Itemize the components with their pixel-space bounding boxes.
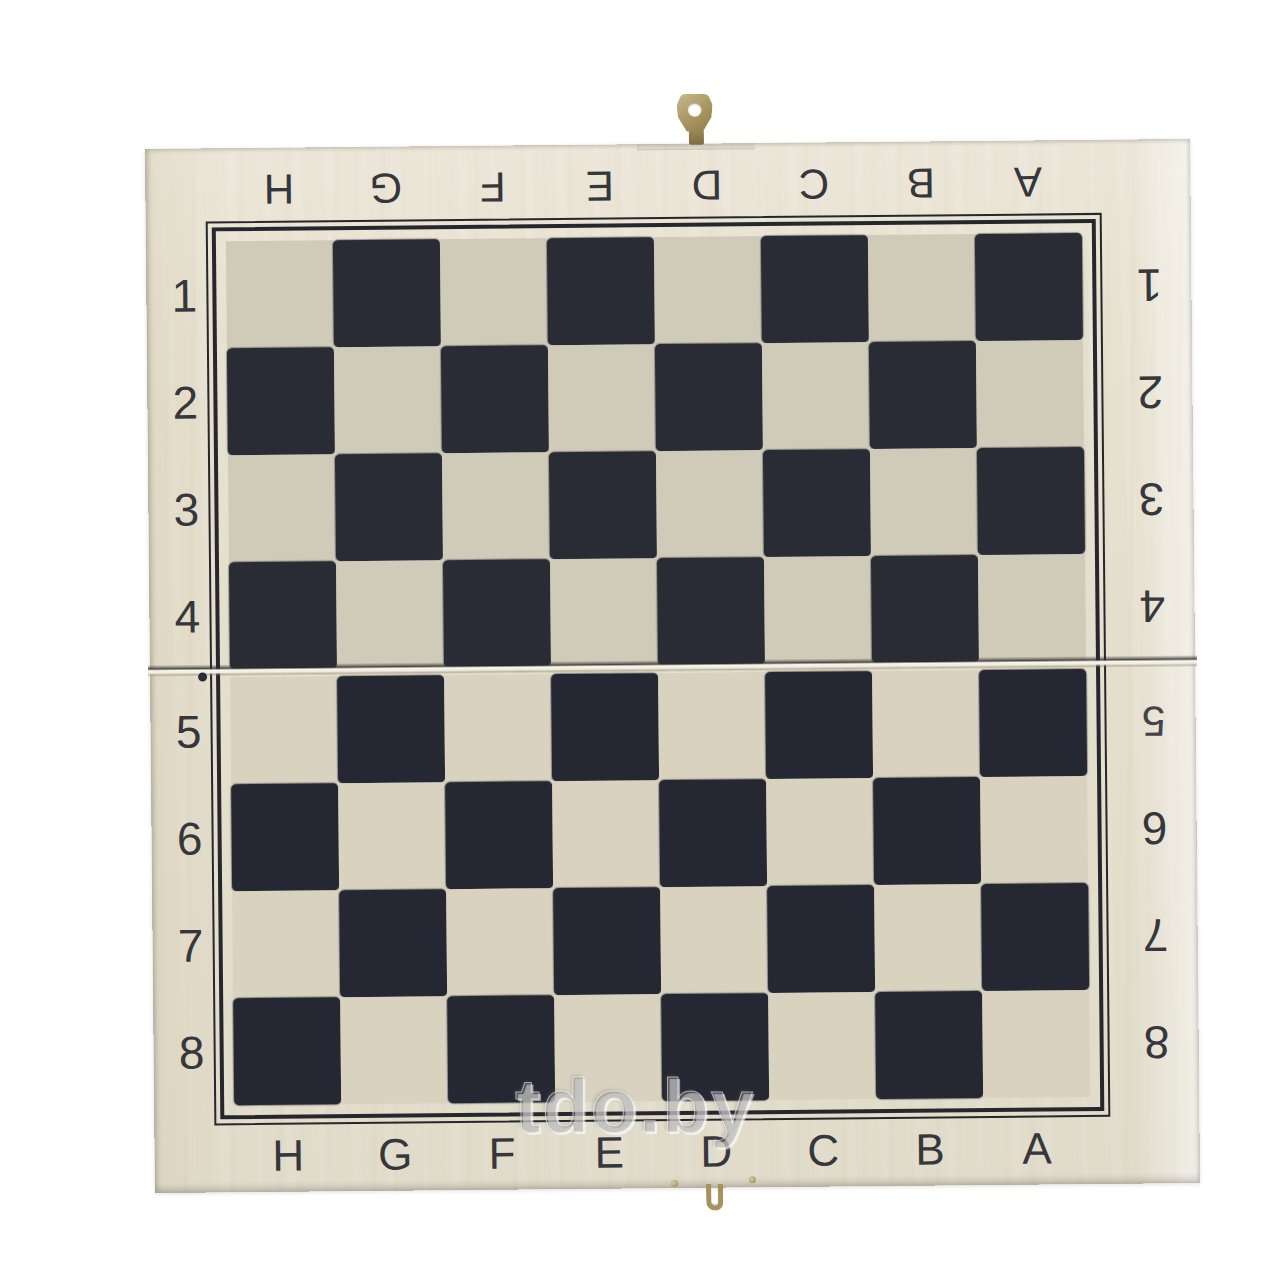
rank-label-right-8: 8 bbox=[1117, 989, 1196, 1097]
square-b8 bbox=[875, 991, 983, 1099]
square-f5 bbox=[444, 674, 552, 782]
square-g5 bbox=[337, 675, 445, 783]
square-d2 bbox=[655, 343, 763, 451]
latch-hole bbox=[688, 103, 702, 117]
file-labels-top: HGFEDCBA bbox=[225, 152, 1082, 218]
square-b7 bbox=[874, 884, 982, 992]
square-f6 bbox=[445, 781, 553, 889]
rank-label-right-3: 3 bbox=[1112, 446, 1191, 554]
square-h4 bbox=[229, 561, 337, 669]
square-d3 bbox=[656, 450, 764, 558]
square-g6 bbox=[338, 782, 446, 890]
square-b3 bbox=[870, 448, 978, 556]
square-a5 bbox=[979, 669, 1087, 777]
square-c8 bbox=[768, 992, 876, 1100]
square-b4 bbox=[871, 555, 979, 663]
square-e7 bbox=[553, 887, 661, 995]
square-d5 bbox=[658, 672, 766, 780]
ink-blemish-dot bbox=[198, 672, 207, 681]
square-d4 bbox=[657, 557, 765, 665]
rank-label-left-7: 7 bbox=[152, 891, 229, 999]
square-g7 bbox=[339, 889, 447, 997]
chess-board: HGFEDCBA 12345678 12345678 HGFEDCBA bbox=[145, 139, 1200, 1193]
file-label-top-c: C bbox=[760, 154, 868, 213]
square-f3 bbox=[442, 452, 550, 560]
rank-label-left-6: 6 bbox=[151, 784, 228, 892]
square-b2 bbox=[869, 341, 977, 449]
square-a8 bbox=[982, 990, 1090, 1098]
square-g2 bbox=[334, 346, 442, 454]
file-label-bottom-g: G bbox=[341, 1126, 449, 1183]
square-f7 bbox=[446, 888, 554, 996]
file-label-top-e: E bbox=[546, 156, 654, 215]
brass-latch-stem bbox=[689, 130, 704, 145]
square-e5 bbox=[551, 673, 659, 781]
square-a4 bbox=[978, 554, 1086, 662]
rank-label-left-8: 8 bbox=[153, 998, 230, 1106]
square-g3 bbox=[335, 453, 443, 561]
square-b1 bbox=[868, 234, 976, 342]
square-h8 bbox=[233, 997, 341, 1105]
square-e4 bbox=[550, 558, 658, 666]
brass-loop-icon bbox=[706, 1184, 723, 1211]
square-c7 bbox=[767, 885, 875, 993]
rank-label-right-4: 4 bbox=[1113, 553, 1192, 661]
square-d1 bbox=[654, 236, 762, 344]
file-label-top-a: A bbox=[974, 152, 1082, 211]
rank-label-left-5: 5 bbox=[150, 677, 227, 785]
file-label-top-d: D bbox=[653, 155, 761, 214]
square-c6 bbox=[766, 778, 874, 886]
rank-label-right-1: 1 bbox=[1110, 232, 1189, 340]
square-h7 bbox=[232, 890, 340, 998]
rank-label-left-1: 1 bbox=[146, 241, 223, 349]
rank-label-right-5: 5 bbox=[1117, 672, 1190, 771]
square-h2 bbox=[227, 347, 335, 455]
square-a6 bbox=[980, 776, 1088, 884]
file-label-top-h: H bbox=[225, 159, 333, 218]
file-label-bottom-h: H bbox=[234, 1127, 342, 1184]
file-label-bottom-c: C bbox=[769, 1122, 877, 1179]
square-b6 bbox=[873, 777, 981, 885]
square-g8 bbox=[340, 996, 448, 1104]
square-f2 bbox=[441, 345, 549, 453]
rank-label-left-2: 2 bbox=[147, 348, 224, 456]
brass-pin-right bbox=[749, 1176, 756, 1183]
photo-scene: HGFEDCBA 12345678 12345678 HGFEDCBA tdo.… bbox=[0, 0, 1280, 1275]
square-e6 bbox=[552, 780, 660, 888]
square-h6 bbox=[231, 783, 339, 891]
square-a2 bbox=[976, 340, 1084, 448]
square-h3 bbox=[228, 454, 336, 562]
square-h1 bbox=[226, 240, 334, 348]
brass-pin-left bbox=[671, 1180, 678, 1187]
square-a1 bbox=[975, 233, 1083, 341]
watermark: tdo.by bbox=[515, 1062, 755, 1149]
square-c1 bbox=[761, 235, 869, 343]
square-g4 bbox=[336, 560, 444, 668]
square-h5 bbox=[230, 676, 338, 784]
square-a7 bbox=[981, 883, 1089, 991]
square-b5 bbox=[872, 670, 980, 778]
file-label-top-b: B bbox=[867, 153, 975, 212]
square-c5 bbox=[765, 671, 873, 779]
square-e1 bbox=[547, 237, 655, 345]
square-e3 bbox=[549, 451, 657, 559]
square-g1 bbox=[333, 239, 441, 347]
rank-label-right-2: 2 bbox=[1111, 339, 1190, 447]
square-c2 bbox=[762, 342, 870, 450]
square-f4 bbox=[443, 559, 551, 667]
rank-label-right-6: 6 bbox=[1115, 775, 1194, 883]
brass-latch-icon bbox=[677, 94, 713, 132]
square-a3 bbox=[977, 447, 1085, 555]
square-c4 bbox=[764, 556, 872, 664]
square-d6 bbox=[659, 779, 767, 887]
file-label-top-f: F bbox=[439, 157, 547, 216]
rank-label-right-7: 7 bbox=[1116, 882, 1195, 990]
rank-label-left-3: 3 bbox=[148, 455, 225, 563]
file-label-bottom-b: B bbox=[876, 1121, 984, 1178]
square-f1 bbox=[440, 238, 548, 346]
square-d7 bbox=[660, 886, 768, 994]
file-label-bottom-a: A bbox=[983, 1120, 1091, 1177]
square-c3 bbox=[763, 449, 871, 557]
rank-label-left-4: 4 bbox=[149, 562, 226, 670]
file-label-top-g: G bbox=[332, 158, 440, 217]
square-e2 bbox=[548, 344, 656, 452]
